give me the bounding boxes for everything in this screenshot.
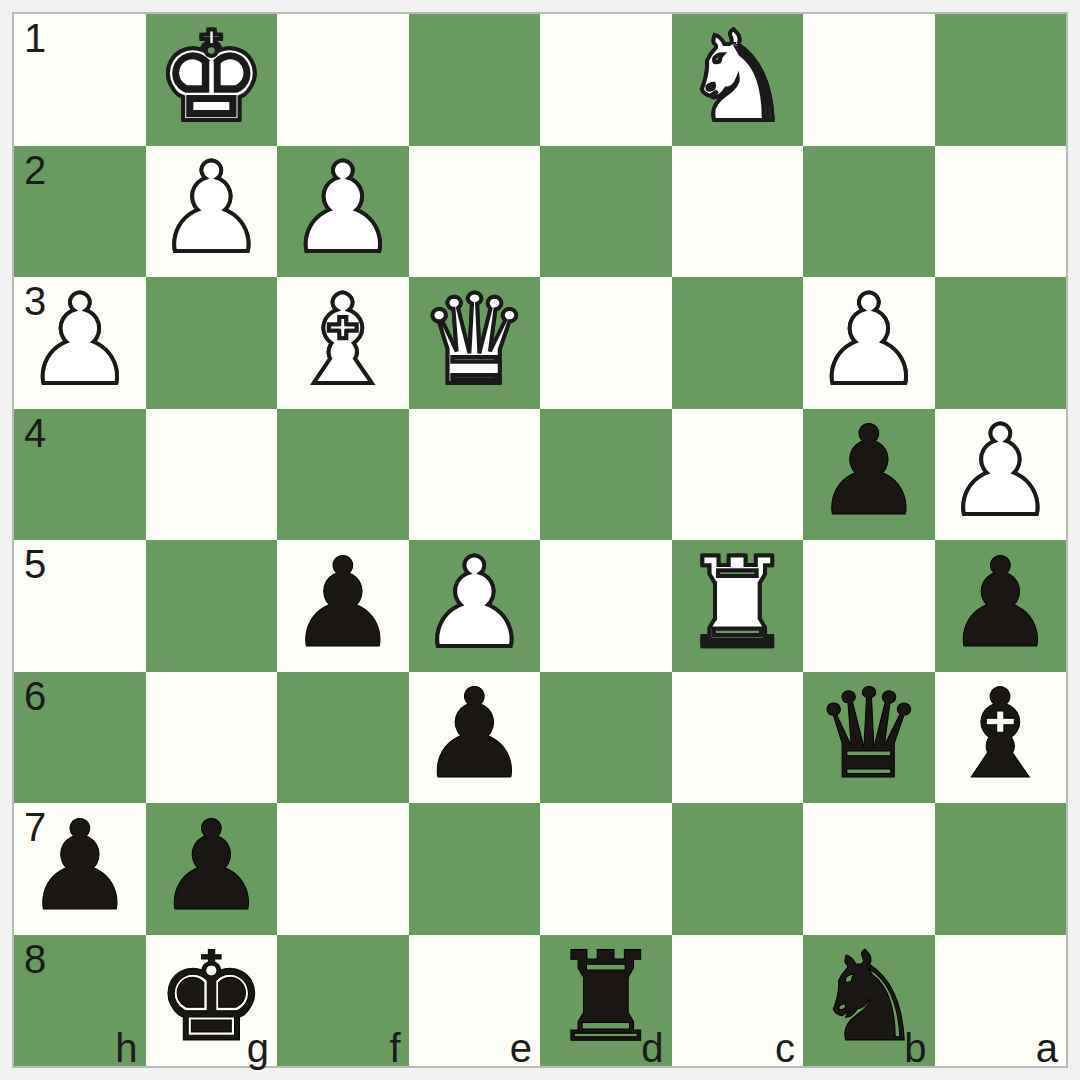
square-d4[interactable] (540, 409, 672, 541)
rank-label-1: 1 (24, 16, 46, 60)
square-b7[interactable] (803, 803, 935, 935)
piece-white-bishop-f3[interactable]: ♝ (287, 278, 398, 402)
square-d8[interactable]: d♜ (540, 935, 672, 1067)
square-f2[interactable]: ♟ (277, 146, 409, 278)
square-b1[interactable] (803, 14, 935, 146)
piece-black-bishop-a6[interactable]: ♝ (945, 672, 1056, 796)
square-g5[interactable] (146, 540, 278, 672)
board-frame: 1♚♞2♟♟3♟♝♛♟4♟♟5♟♟♜♟6♟♛♝7♟♟8hg♚fed♜cb♞a (12, 12, 1068, 1068)
piece-white-knight-c1[interactable]: ♞ (682, 15, 793, 139)
square-b8[interactable]: b♞ (803, 935, 935, 1067)
square-a6[interactable]: ♝ (935, 672, 1067, 804)
piece-white-queen-e3[interactable]: ♛ (419, 278, 530, 402)
rank-label-6: 6 (24, 674, 46, 718)
piece-black-pawn-b4[interactable]: ♟ (813, 409, 924, 533)
page-background: 1♚♞2♟♟3♟♝♛♟4♟♟5♟♟♜♟6♟♛♝7♟♟8hg♚fed♜cb♞a (0, 0, 1080, 1080)
piece-black-king-g8[interactable]: ♚ (156, 935, 267, 1059)
square-g2[interactable]: ♟ (146, 146, 278, 278)
piece-white-rook-c5[interactable]: ♜ (682, 541, 793, 665)
square-c8[interactable]: c (672, 935, 804, 1067)
square-g6[interactable] (146, 672, 278, 804)
square-c1[interactable]: ♞ (672, 14, 804, 146)
square-b2[interactable] (803, 146, 935, 278)
square-h2[interactable]: 2 (14, 146, 146, 278)
file-label-f: f (389, 1026, 400, 1070)
square-h8[interactable]: 8h (14, 935, 146, 1067)
square-h3[interactable]: 3♟ (14, 277, 146, 409)
piece-black-knight-b8[interactable]: ♞ (813, 935, 924, 1059)
piece-black-pawn-a5[interactable]: ♟ (945, 541, 1056, 665)
piece-white-pawn-g2[interactable]: ♟ (156, 146, 267, 270)
square-h5[interactable]: 5 (14, 540, 146, 672)
square-e1[interactable] (409, 14, 541, 146)
piece-black-pawn-h7[interactable]: ♟ (24, 804, 135, 928)
square-f6[interactable] (277, 672, 409, 804)
piece-white-pawn-a4[interactable]: ♟ (945, 409, 1056, 533)
piece-white-pawn-f2[interactable]: ♟ (287, 146, 398, 270)
square-c4[interactable] (672, 409, 804, 541)
piece-white-pawn-e5[interactable]: ♟ (419, 541, 530, 665)
file-label-c: c (775, 1026, 795, 1070)
square-b5[interactable] (803, 540, 935, 672)
file-label-a: a (1036, 1026, 1058, 1070)
square-h6[interactable]: 6 (14, 672, 146, 804)
piece-white-pawn-h3[interactable]: ♟ (24, 278, 135, 402)
square-f5[interactable]: ♟ (277, 540, 409, 672)
square-d1[interactable] (540, 14, 672, 146)
square-g1[interactable]: ♚ (146, 14, 278, 146)
square-g8[interactable]: g♚ (146, 935, 278, 1067)
file-label-h: h (115, 1026, 137, 1070)
square-g3[interactable] (146, 277, 278, 409)
square-a2[interactable] (935, 146, 1067, 278)
square-f1[interactable] (277, 14, 409, 146)
square-d3[interactable] (540, 277, 672, 409)
piece-black-pawn-f5[interactable]: ♟ (287, 541, 398, 665)
square-e5[interactable]: ♟ (409, 540, 541, 672)
square-a8[interactable]: a (935, 935, 1067, 1067)
square-d7[interactable] (540, 803, 672, 935)
square-a1[interactable] (935, 14, 1067, 146)
square-e8[interactable]: e (409, 935, 541, 1067)
square-f8[interactable]: f (277, 935, 409, 1067)
piece-black-pawn-e6[interactable]: ♟ (419, 672, 530, 796)
square-c6[interactable] (672, 672, 804, 804)
square-f7[interactable] (277, 803, 409, 935)
rank-label-5: 5 (24, 542, 46, 586)
square-h4[interactable]: 4 (14, 409, 146, 541)
square-d6[interactable] (540, 672, 672, 804)
square-a5[interactable]: ♟ (935, 540, 1067, 672)
square-f4[interactable] (277, 409, 409, 541)
square-e4[interactable] (409, 409, 541, 541)
piece-white-pawn-b3[interactable]: ♟ (813, 278, 924, 402)
square-e2[interactable] (409, 146, 541, 278)
square-h1[interactable]: 1 (14, 14, 146, 146)
square-a3[interactable] (935, 277, 1067, 409)
square-b3[interactable]: ♟ (803, 277, 935, 409)
square-a7[interactable] (935, 803, 1067, 935)
square-c5[interactable]: ♜ (672, 540, 804, 672)
rank-label-2: 2 (24, 148, 46, 192)
rank-label-8: 8 (24, 937, 46, 981)
square-c3[interactable] (672, 277, 804, 409)
square-b6[interactable]: ♛ (803, 672, 935, 804)
square-e3[interactable]: ♛ (409, 277, 541, 409)
square-g7[interactable]: ♟ (146, 803, 278, 935)
piece-black-rook-d8[interactable]: ♜ (550, 935, 661, 1059)
piece-white-king-g1[interactable]: ♚ (156, 15, 267, 139)
square-c7[interactable] (672, 803, 804, 935)
file-label-e: e (510, 1026, 532, 1070)
piece-black-queen-b6[interactable]: ♛ (813, 672, 924, 796)
square-e7[interactable] (409, 803, 541, 935)
square-h7[interactable]: 7♟ (14, 803, 146, 935)
piece-black-pawn-g7[interactable]: ♟ (156, 804, 267, 928)
square-e6[interactable]: ♟ (409, 672, 541, 804)
rank-label-4: 4 (24, 411, 46, 455)
square-a4[interactable]: ♟ (935, 409, 1067, 541)
square-f3[interactable]: ♝ (277, 277, 409, 409)
chess-board: 1♚♞2♟♟3♟♝♛♟4♟♟5♟♟♜♟6♟♛♝7♟♟8hg♚fed♜cb♞a (14, 14, 1066, 1066)
square-b4[interactable]: ♟ (803, 409, 935, 541)
square-d2[interactable] (540, 146, 672, 278)
square-g4[interactable] (146, 409, 278, 541)
square-d5[interactable] (540, 540, 672, 672)
square-c2[interactable] (672, 146, 804, 278)
